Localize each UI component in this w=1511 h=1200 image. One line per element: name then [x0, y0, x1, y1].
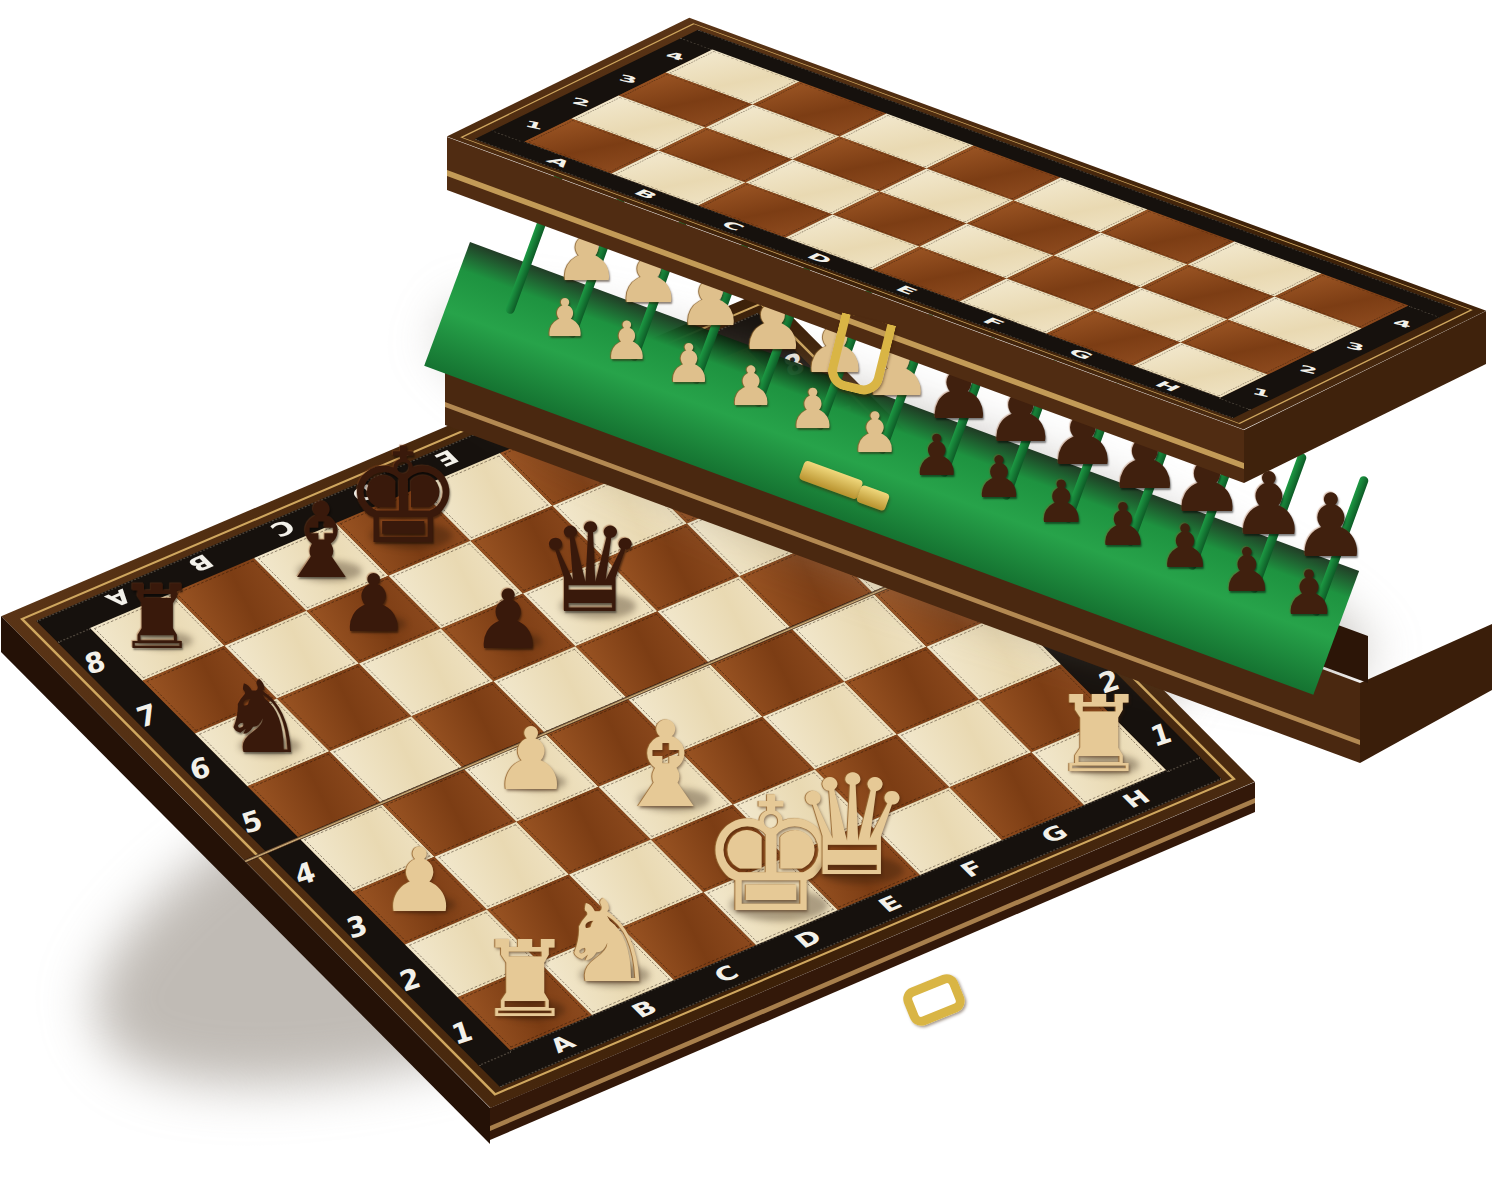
piece-dark-queen-e6[interactable]: ♛: [535, 508, 645, 631]
piece-light-queen-e1[interactable]: ♛: [790, 758, 915, 897]
tray-pawn-light: ♟: [727, 360, 776, 414]
board-clasp: [900, 971, 969, 1030]
piece-light-rook-h1[interactable]: ♜: [1051, 682, 1146, 788]
tray-pawn-dark: ♟: [1281, 562, 1336, 623]
tray-pawn-dark: ♟: [973, 450, 1025, 507]
piece-light-knight-b1[interactable]: ♞: [556, 885, 658, 999]
tray-pawn-light: ♟: [665, 337, 713, 391]
tray-piece-light: ♟: [738, 284, 807, 361]
tray-pawn-dark: ♟: [1220, 540, 1274, 601]
piece-dark-pawn-d6[interactable]: ♟: [472, 579, 545, 661]
tray-pawn-dark: ♟: [1158, 517, 1212, 577]
piece-dark-knight-a6[interactable]: ♞: [217, 668, 307, 768]
tray-piece-light: ♟: [677, 261, 745, 337]
tray-pawn-light: ♟: [788, 382, 837, 437]
tray-pawn-dark: ♟: [1097, 495, 1150, 554]
tray-pawn-light: ♟: [542, 292, 589, 344]
tray-pawn-light: ♟: [603, 315, 650, 368]
piece-dark-king-d8[interactable]: ♚: [344, 430, 462, 562]
scene: AABBCCDDEEFFGGHH 1122334455667788 ♜♝♚♟♞♟…: [0, 0, 1511, 1200]
piece-dark-pawn-c7[interactable]: ♟: [338, 564, 409, 644]
tray-piece-light: ♟: [554, 217, 620, 291]
piece-light-pawn-c4[interactable]: ♟: [493, 716, 570, 802]
tray-pawn-dark: ♟: [912, 427, 963, 484]
piece-light-pawn-a3[interactable]: ♟: [380, 837, 459, 925]
piece-dark-rook-a8[interactable]: ♜: [118, 573, 197, 661]
tray-pawn-dark: ♟: [1035, 472, 1087, 530]
tray-piece-light: ♟: [615, 239, 682, 314]
tray-pawn-light: ♟: [850, 405, 900, 461]
